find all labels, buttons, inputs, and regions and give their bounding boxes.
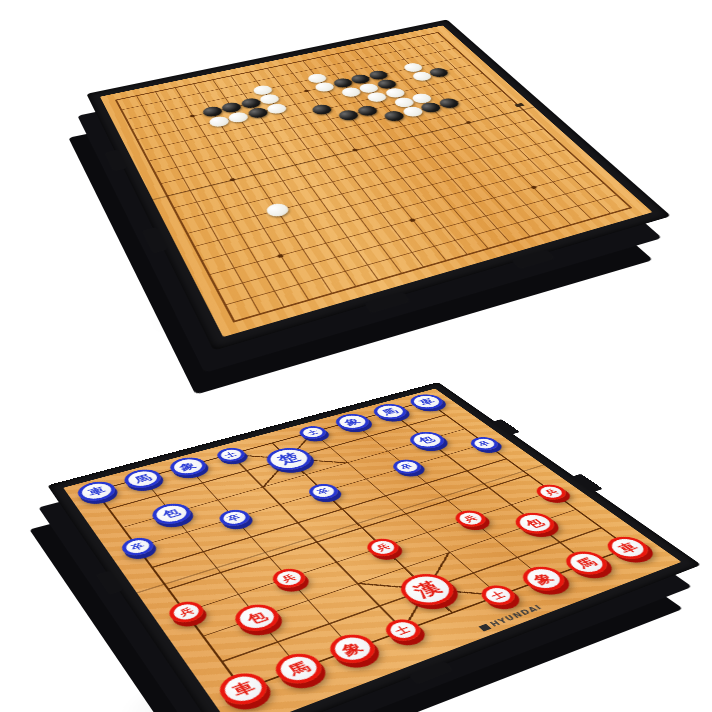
janggi-piece-blue: 卒 — [466, 435, 504, 453]
janggi-piece-red: 馬 — [268, 649, 329, 689]
janggi-piece-red: 包 — [508, 509, 562, 537]
janggi-piece-blue: 包 — [147, 500, 196, 528]
janggi-rank-line — [169, 475, 528, 589]
janggi-piece-red: 兵 — [531, 482, 572, 503]
janggi-piece-blue: 車 — [405, 392, 449, 412]
janggi-brand-label: HYUNDAI — [478, 604, 544, 632]
janggi-piece-red: 馬 — [558, 547, 615, 578]
go-stone-white — [264, 202, 292, 219]
janggi-piece-blue: 卒 — [118, 535, 158, 559]
janggi-piece-red: 兵 — [361, 535, 404, 559]
janggi-piece-blue: 卒 — [214, 507, 254, 529]
janggi-piece-blue: 馬 — [120, 466, 167, 491]
janggi-piece-blue: 卒 — [388, 457, 426, 476]
janggi-piece-blue: 包 — [403, 429, 450, 451]
janggi-piece-red: 兵 — [449, 508, 491, 530]
janggi-piece-blue: 卒 — [304, 481, 343, 501]
go-grid-line-h — [174, 119, 532, 208]
go-star-point — [304, 90, 310, 93]
janggi-piece-blue: 馬 — [368, 401, 412, 421]
go-grid-line-h — [181, 129, 544, 220]
janggi-piece-red: 兵 — [267, 565, 310, 591]
go-grid-line-h — [195, 150, 566, 247]
janggi-piece-red: 車 — [600, 533, 656, 563]
go-star-point — [409, 218, 416, 222]
go-star-point — [190, 114, 196, 117]
go-star-point — [277, 253, 284, 258]
go-grid-line-v — [405, 40, 591, 219]
go-board-wood — [100, 25, 653, 337]
go-brand-mark — [514, 103, 524, 107]
go-star-point — [530, 185, 537, 189]
go-stone-black — [310, 103, 335, 116]
go-grid-line-v — [421, 36, 611, 213]
janggi-piece-blue: 象 — [330, 411, 375, 432]
janggi-board-scene: 車馬象士士象馬車楚包包卒卒卒卒卒兵兵兵兵兵包包漢車馬象士士象馬車 HYUNDAI — [0, 350, 712, 712]
janggi-piece-blue: 車 — [73, 478, 120, 504]
janggi-piece-red: 車 — [213, 668, 275, 710]
go-grid-line-h — [203, 160, 579, 260]
go-board-scene — [0, 0, 712, 350]
janggi-rank-line — [153, 459, 506, 568]
janggi-piece-red: 象 — [322, 630, 383, 669]
janggi-piece-red: 象 — [514, 563, 572, 596]
janggi-piece-blue: 象 — [165, 455, 211, 479]
janggi-piece-red: 包 — [229, 600, 286, 636]
go-grid-line-h — [149, 82, 491, 161]
janggi-piece-red: 兵 — [164, 598, 208, 626]
go-grid-line-h — [188, 139, 555, 233]
